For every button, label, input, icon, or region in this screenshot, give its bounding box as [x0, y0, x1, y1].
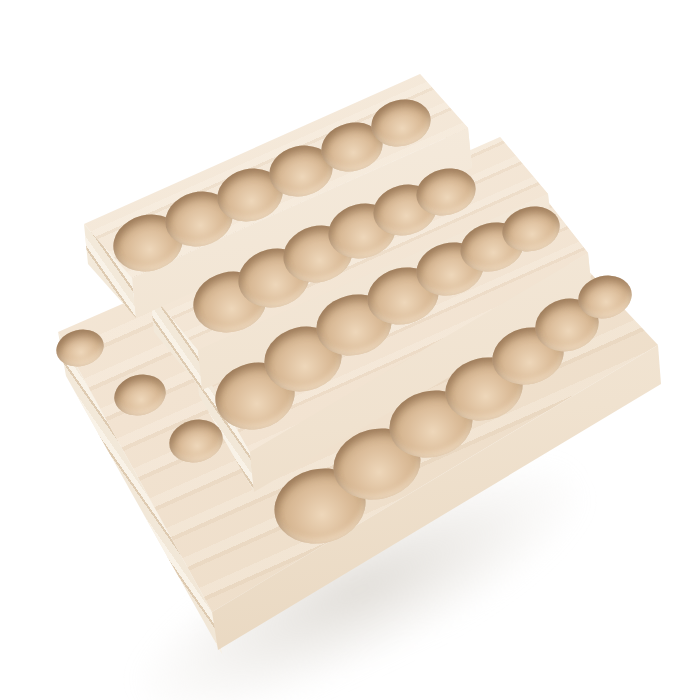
product-photo	[0, 0, 700, 700]
